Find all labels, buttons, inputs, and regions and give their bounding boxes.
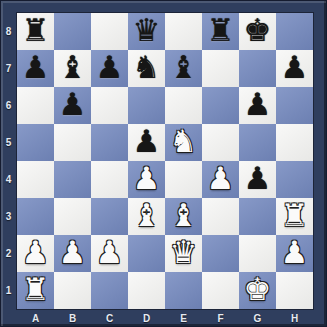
white-queen-piece: ♛ (170, 237, 198, 268)
rank-label-7: 7 (1, 50, 16, 87)
square-f7[interactable] (202, 50, 239, 87)
square-c5[interactable] (91, 124, 128, 161)
square-d2[interactable] (128, 235, 165, 272)
square-e8[interactable] (165, 13, 202, 50)
square-a1[interactable]: ♜ (17, 272, 54, 309)
square-g5[interactable] (239, 124, 276, 161)
black-pawn-piece: ♟ (281, 52, 309, 83)
black-knight-piece: ♞ (133, 52, 161, 83)
white-rook-piece: ♜ (281, 200, 309, 231)
square-e7[interactable]: ♝ (165, 50, 202, 87)
file-label-b: B (54, 309, 91, 327)
square-d4[interactable]: ♟ (128, 161, 165, 198)
black-pawn-piece: ♟ (59, 89, 87, 120)
square-b3[interactable] (54, 198, 91, 235)
white-pawn-piece: ♟ (281, 237, 309, 268)
square-a4[interactable] (17, 161, 54, 198)
white-knight-piece: ♞ (170, 126, 198, 157)
black-bishop-piece: ♝ (170, 52, 198, 83)
chess-board: ♜♛♜♚♟♝♟♞♝♟♟♟♟♞♟♟♟♝♝♜♟♟♟♛♟♜♚ (17, 13, 313, 309)
black-pawn-piece: ♟ (22, 52, 50, 83)
square-b6[interactable]: ♟ (54, 87, 91, 124)
black-queen-piece: ♛ (133, 15, 161, 46)
square-h7[interactable]: ♟ (276, 50, 313, 87)
square-b2[interactable]: ♟ (54, 235, 91, 272)
square-b1[interactable] (54, 272, 91, 309)
square-e4[interactable] (165, 161, 202, 198)
file-label-f: F (202, 309, 239, 327)
square-h8[interactable] (276, 13, 313, 50)
square-g1[interactable]: ♚ (239, 272, 276, 309)
square-f2[interactable] (202, 235, 239, 272)
white-pawn-piece: ♟ (59, 237, 87, 268)
square-e1[interactable] (165, 272, 202, 309)
square-b8[interactable] (54, 13, 91, 50)
square-g6[interactable]: ♟ (239, 87, 276, 124)
white-bishop-piece: ♝ (170, 200, 198, 231)
black-pawn-piece: ♟ (244, 89, 272, 120)
square-c8[interactable] (91, 13, 128, 50)
square-h1[interactable] (276, 272, 313, 309)
square-c4[interactable] (91, 161, 128, 198)
black-king-piece: ♚ (244, 15, 272, 46)
square-f6[interactable] (202, 87, 239, 124)
black-bishop-piece: ♝ (59, 52, 87, 83)
square-h6[interactable] (276, 87, 313, 124)
square-d7[interactable]: ♞ (128, 50, 165, 87)
white-rook-piece: ♜ (22, 274, 50, 305)
square-e2[interactable]: ♛ (165, 235, 202, 272)
square-d6[interactable] (128, 87, 165, 124)
square-c3[interactable] (91, 198, 128, 235)
black-pawn-piece: ♟ (244, 163, 272, 194)
square-c1[interactable] (91, 272, 128, 309)
square-f5[interactable] (202, 124, 239, 161)
white-king-piece: ♚ (244, 274, 272, 305)
square-a3[interactable] (17, 198, 54, 235)
square-g8[interactable]: ♚ (239, 13, 276, 50)
square-g4[interactable]: ♟ (239, 161, 276, 198)
black-rook-piece: ♜ (207, 15, 235, 46)
square-a5[interactable] (17, 124, 54, 161)
square-a8[interactable]: ♜ (17, 13, 54, 50)
rank-label-3: 3 (1, 198, 16, 235)
rank-label-1: 1 (1, 272, 16, 309)
white-pawn-piece: ♟ (22, 237, 50, 268)
white-bishop-piece: ♝ (133, 200, 161, 231)
white-pawn-piece: ♟ (207, 163, 235, 194)
board-frame: 87654321 ♜♛♜♚♟♝♟♞♝♟♟♟♟♞♟♟♟♝♝♜♟♟♟♛♟♜♚ ABC… (0, 0, 327, 327)
square-e3[interactable]: ♝ (165, 198, 202, 235)
rank-label-6: 6 (1, 87, 16, 124)
square-f8[interactable]: ♜ (202, 13, 239, 50)
square-d1[interactable] (128, 272, 165, 309)
square-e6[interactable] (165, 87, 202, 124)
square-c7[interactable]: ♟ (91, 50, 128, 87)
file-label-c: C (91, 309, 128, 327)
black-pawn-piece: ♟ (96, 52, 124, 83)
white-pawn-piece: ♟ (96, 237, 124, 268)
rank-label-2: 2 (1, 235, 16, 272)
rank-label-4: 4 (1, 161, 16, 198)
black-pawn-piece: ♟ (133, 126, 161, 157)
white-pawn-piece: ♟ (133, 163, 161, 194)
rank-label-8: 8 (1, 13, 16, 50)
file-label-g: G (239, 309, 276, 327)
square-e5[interactable]: ♞ (165, 124, 202, 161)
square-d8[interactable]: ♛ (128, 13, 165, 50)
square-a2[interactable]: ♟ (17, 235, 54, 272)
square-a7[interactable]: ♟ (17, 50, 54, 87)
file-label-e: E (165, 309, 202, 327)
file-label-h: H (276, 309, 313, 327)
square-g2[interactable] (239, 235, 276, 272)
square-h4[interactable] (276, 161, 313, 198)
file-labels: ABCDEFGH (17, 309, 313, 327)
square-b5[interactable] (54, 124, 91, 161)
square-g7[interactable] (239, 50, 276, 87)
square-b7[interactable]: ♝ (54, 50, 91, 87)
square-h3[interactable]: ♜ (276, 198, 313, 235)
file-label-d: D (128, 309, 165, 327)
square-g3[interactable] (239, 198, 276, 235)
square-f1[interactable] (202, 272, 239, 309)
square-d5[interactable]: ♟ (128, 124, 165, 161)
rank-labels: 87654321 (1, 13, 16, 309)
square-d3[interactable]: ♝ (128, 198, 165, 235)
square-h2[interactable]: ♟ (276, 235, 313, 272)
black-rook-piece: ♜ (22, 15, 50, 46)
square-f4[interactable]: ♟ (202, 161, 239, 198)
rank-label-5: 5 (1, 124, 16, 161)
square-c6[interactable] (91, 87, 128, 124)
square-a6[interactable] (17, 87, 54, 124)
square-b4[interactable] (54, 161, 91, 198)
square-h5[interactable] (276, 124, 313, 161)
file-label-a: A (17, 309, 54, 327)
square-c2[interactable]: ♟ (91, 235, 128, 272)
square-f3[interactable] (202, 198, 239, 235)
